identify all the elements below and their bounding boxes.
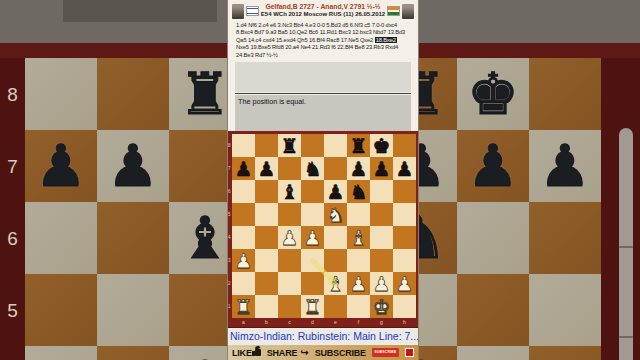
- square-f8[interactable]: ♜: [347, 134, 370, 157]
- annotation-text: The position is equal.: [238, 97, 306, 106]
- square-g4: [457, 346, 529, 360]
- video-frame: ♜♜♚♟♟♞♟♟♟♝♟♞♞♟♟♝♟♝♟♟♟♜♜♚ 87654321 Gelfan…: [0, 0, 640, 360]
- diagram-file-label: d: [301, 318, 324, 327]
- square-a5[interactable]: [232, 203, 255, 226]
- diagram-board-frame: ♜♜♚♟♟♞♟♟♟♝♟♞♞♟♟♝♟♝♟♟♟♜♜♚ abcdefgh 876543…: [228, 131, 418, 327]
- piece-white-pawn: ♟: [235, 251, 253, 271]
- game-header: Gelfand,B 2727 - Anand,V 2791 ½-½ E54 WC…: [228, 0, 418, 21]
- square-c3[interactable]: [278, 249, 301, 272]
- square-d6[interactable]: [301, 180, 324, 203]
- square-f2[interactable]: ♟: [347, 272, 370, 295]
- piece-white-knight: ♞: [327, 205, 345, 225]
- piece-white-pawn: ♟: [373, 274, 391, 294]
- square-f3[interactable]: [347, 249, 370, 272]
- players-line: Gelfand,B 2727 - Anand,V 2791 ½-½: [266, 3, 381, 11]
- background-rank-label: 8: [0, 84, 25, 106]
- diagram-rank-label: 7: [228, 166, 232, 171]
- opening-caption: Nimzo-Indian: Rubinstein: Main Line: 7..…: [228, 327, 418, 345]
- square-a3[interactable]: ♟: [232, 249, 255, 272]
- square-h7: ♟: [529, 130, 601, 202]
- square-e7[interactable]: [324, 157, 347, 180]
- square-c6[interactable]: ♝: [278, 180, 301, 203]
- square-a8: [25, 58, 97, 130]
- square-a8[interactable]: [232, 134, 255, 157]
- diagram-file-label: f: [347, 318, 370, 327]
- square-a7: ♟: [25, 130, 97, 202]
- piece-white-bishop: ♝: [327, 274, 345, 294]
- piece-black-pawn: ♟: [35, 137, 87, 195]
- square-a5: [25, 274, 97, 346]
- diagram-rank-label: 6: [228, 189, 232, 194]
- square-h4[interactable]: [393, 226, 416, 249]
- share-label: SHARE: [267, 348, 298, 358]
- square-c2[interactable]: [278, 272, 301, 295]
- piece-white-rook: ♜: [304, 297, 322, 317]
- diagram-file-labels: abcdefgh: [232, 318, 416, 327]
- diagram-file-label: h: [393, 318, 416, 327]
- diagram-rank-label: 8: [228, 143, 232, 148]
- piece-white-pawn: ♟: [281, 228, 299, 248]
- square-a2[interactable]: [232, 272, 255, 295]
- piece-black-bishop: ♝: [179, 209, 231, 267]
- diagram-file-label: a: [232, 318, 255, 327]
- status-bar-notch: [63, 0, 217, 22]
- youtube-icon[interactable]: [405, 348, 414, 357]
- square-h5[interactable]: [393, 203, 416, 226]
- square-h6[interactable]: [393, 180, 416, 203]
- background-rank-label: 5: [0, 300, 25, 322]
- square-b3[interactable]: [255, 249, 278, 272]
- square-b8: [97, 58, 169, 130]
- square-a4[interactable]: [232, 226, 255, 249]
- square-e3[interactable]: [324, 249, 347, 272]
- square-d7[interactable]: ♞: [301, 157, 324, 180]
- square-c1[interactable]: [278, 295, 301, 318]
- square-f7[interactable]: ♟: [347, 157, 370, 180]
- square-g2[interactable]: ♟: [370, 272, 393, 295]
- diagram-file-label: e: [324, 318, 347, 327]
- diagram-file-label: c: [278, 318, 301, 327]
- diagram-file-label: b: [255, 318, 278, 327]
- square-f6[interactable]: ♞: [347, 180, 370, 203]
- square-e5[interactable]: ♞: [324, 203, 347, 226]
- square-b4: [97, 346, 169, 360]
- square-h6: [529, 202, 601, 274]
- piece-black-rook: ♜: [179, 65, 231, 123]
- subscribe-label: SUBSCRIBE: [315, 348, 366, 358]
- square-g8: ♚: [457, 58, 529, 130]
- square-g5[interactable]: [370, 203, 393, 226]
- square-b6: [97, 202, 169, 274]
- diagram-file-label: g: [370, 318, 393, 327]
- square-f4[interactable]: ♝: [347, 226, 370, 249]
- square-b2[interactable]: [255, 272, 278, 295]
- square-h1[interactable]: [393, 295, 416, 318]
- panel-divider: [235, 93, 411, 94]
- piece-white-pawn: ♟: [350, 274, 368, 294]
- piece-white-pawn: ♟: [304, 228, 322, 248]
- square-h8: [529, 58, 601, 130]
- piece-white-pawn: ♟: [396, 274, 414, 294]
- square-d8[interactable]: [301, 134, 324, 157]
- square-g7[interactable]: ♟: [370, 157, 393, 180]
- piece-black-pawn: ♟: [327, 182, 345, 202]
- square-b5: [97, 274, 169, 346]
- square-h7[interactable]: ♟: [393, 157, 416, 180]
- square-b4[interactable]: [255, 226, 278, 249]
- square-e1[interactable]: [324, 295, 347, 318]
- square-g6[interactable]: [370, 180, 393, 203]
- diagram-rank-label: 3: [228, 258, 232, 263]
- square-b8[interactable]: [255, 134, 278, 157]
- square-g5: [457, 274, 529, 346]
- piece-black-knight: ♞: [350, 182, 368, 202]
- subscribe-button[interactable]: SUBSCRIBE: [315, 348, 366, 358]
- piece-black-rook: ♜: [281, 136, 299, 156]
- share-button[interactable]: SHARE ↪: [267, 348, 309, 358]
- piece-black-pawn: ♟: [539, 137, 591, 195]
- square-e6[interactable]: ♟: [324, 180, 347, 203]
- scrollbar-segment-line: [619, 336, 633, 338]
- moves-after: Nxe5 19.Bxe5 Rfd8 20.a4 Ne4 21.Rd3 f6 22…: [236, 44, 398, 57]
- piece-white-rook: ♜: [235, 297, 253, 317]
- piece-black-pawn: ♟: [467, 137, 519, 195]
- diagram-rank-label: 4: [228, 235, 232, 240]
- action-bar: LIKE SHARE ↪ SUBSCRIBE SUBSCRIBE: [228, 345, 418, 360]
- like-button[interactable]: LIKE: [232, 348, 261, 358]
- current-move[interactable]: 18.Bxe2: [375, 37, 397, 43]
- square-g1[interactable]: ♚: [370, 295, 393, 318]
- square-f1[interactable]: [347, 295, 370, 318]
- scrollbar-thumb[interactable]: [619, 128, 633, 360]
- event-line: E54 WCh 2012 Moscow RUS (11) 26.05.2012: [261, 11, 385, 19]
- background-rank-label: 6: [0, 228, 25, 250]
- piece-black-pawn: ♟: [350, 159, 368, 179]
- piece-black-rook: ♜: [350, 136, 368, 156]
- square-a4: [25, 346, 97, 360]
- piece-white-pawn: ♟: [179, 353, 231, 360]
- square-a7[interactable]: ♟: [232, 157, 255, 180]
- square-a6: [25, 202, 97, 274]
- square-g3[interactable]: [370, 249, 393, 272]
- variation-box: [235, 62, 411, 92]
- piece-black-pawn: ♟: [258, 159, 276, 179]
- square-d2[interactable]: [301, 272, 324, 295]
- square-d5[interactable]: [301, 203, 324, 226]
- square-a6[interactable]: [232, 180, 255, 203]
- square-g4[interactable]: [370, 226, 393, 249]
- square-b1[interactable]: [255, 295, 278, 318]
- india-flag-icon: [387, 6, 400, 16]
- diagram-rank-label: 2: [228, 281, 232, 286]
- annotation-box: The position is equal.: [235, 95, 411, 131]
- square-h2[interactable]: ♟: [393, 272, 416, 295]
- square-e8[interactable]: [324, 134, 347, 157]
- thumbs-up-icon: [255, 349, 261, 356]
- share-arrow-icon: ↪: [300, 348, 308, 358]
- background-rank-label: 7: [0, 156, 25, 178]
- like-label: LIKE: [232, 348, 252, 358]
- piece-black-pawn: ♟: [235, 159, 253, 179]
- square-c4[interactable]: ♟: [278, 226, 301, 249]
- piece-black-pawn: ♟: [396, 159, 414, 179]
- piece-black-king: ♚: [373, 136, 391, 156]
- analysis-panel: Gelfand,B 2727 - Anand,V 2791 ½-½ E54 WC…: [227, 0, 419, 360]
- scrollbar-segment-line: [619, 246, 633, 248]
- square-a1[interactable]: ♜: [232, 295, 255, 318]
- square-e4[interactable]: [324, 226, 347, 249]
- piece-black-knight: ♞: [304, 159, 322, 179]
- square-f5[interactable]: [347, 203, 370, 226]
- diagram-rank-label: 5: [228, 212, 232, 217]
- piece-black-bishop: ♝: [281, 182, 299, 202]
- black-player-photo: [402, 4, 414, 19]
- white-player-photo: [232, 4, 244, 19]
- diagram-board: ♜♜♚♟♟♞♟♟♟♝♟♞♞♟♟♝♟♝♟♟♟♜♜♚: [232, 134, 416, 318]
- piece-black-pawn: ♟: [373, 159, 391, 179]
- diagram-rank-label: 1: [228, 304, 232, 309]
- square-d3[interactable]: [301, 249, 324, 272]
- square-g6: [457, 202, 529, 274]
- square-g8[interactable]: ♚: [370, 134, 393, 157]
- square-b7: ♟: [97, 130, 169, 202]
- piece-black-king: ♚: [467, 65, 519, 123]
- square-e2[interactable]: ♝: [324, 272, 347, 295]
- move-list[interactable]: 1.d4 Nf6 2.c4 e6 3.Nc3 Bb4 4.e3 0-0 5.Bd…: [228, 21, 418, 60]
- piece-white-king: ♚: [373, 297, 391, 317]
- square-h4: [529, 346, 601, 360]
- square-c7[interactable]: [278, 157, 301, 180]
- square-d4[interactable]: ♟: [301, 226, 324, 249]
- square-h5: [529, 274, 601, 346]
- israel-flag-icon: [246, 6, 259, 16]
- square-b5[interactable]: [255, 203, 278, 226]
- piece-black-pawn: ♟: [107, 137, 159, 195]
- square-h3[interactable]: [393, 249, 416, 272]
- square-h8[interactable]: [393, 134, 416, 157]
- subscribe-pill-button[interactable]: SUBSCRIBE: [372, 348, 399, 357]
- piece-white-bishop: ♝: [350, 228, 368, 248]
- square-b6[interactable]: [255, 180, 278, 203]
- square-d1[interactable]: ♜: [301, 295, 324, 318]
- square-c5[interactable]: [278, 203, 301, 226]
- square-c8[interactable]: ♜: [278, 134, 301, 157]
- square-b7[interactable]: ♟: [255, 157, 278, 180]
- square-g7: ♟: [457, 130, 529, 202]
